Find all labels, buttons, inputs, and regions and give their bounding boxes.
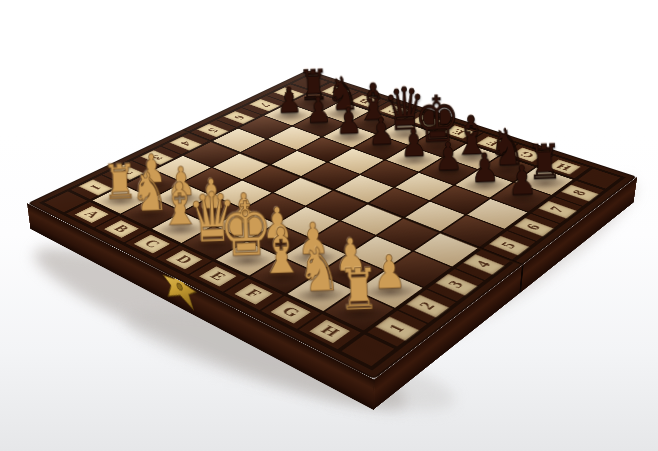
black-pawn-h7: ♟ [507, 160, 538, 202]
product-photo: ABCDEFGH ABCDEFGH 87654321 87654321 [0, 0, 658, 451]
black-pawn-e7: ♟ [400, 124, 429, 163]
black-pawn-f7: ♟ [434, 136, 463, 176]
black-pawn-b7: ♟ [305, 92, 332, 129]
white-rook-h1: ♜ [337, 261, 380, 319]
pieces-layer: ♜♞♝♛♚♝♞♜♟♟♟♟♟♟♟♟♟♟♟♟♟♟♟♟♜♞♝♛♚♝♞♜ [0, 0, 658, 451]
scene: ABCDEFGH ABCDEFGH 87654321 87654321 [0, 0, 658, 451]
black-pawn-g7: ♟ [469, 148, 499, 189]
black-pawn-a7: ♟ [276, 82, 303, 118]
black-pawn-c7: ♟ [335, 102, 363, 140]
white-knight-g1: ♞ [297, 239, 342, 301]
black-pawn-d7: ♟ [367, 113, 395, 151]
